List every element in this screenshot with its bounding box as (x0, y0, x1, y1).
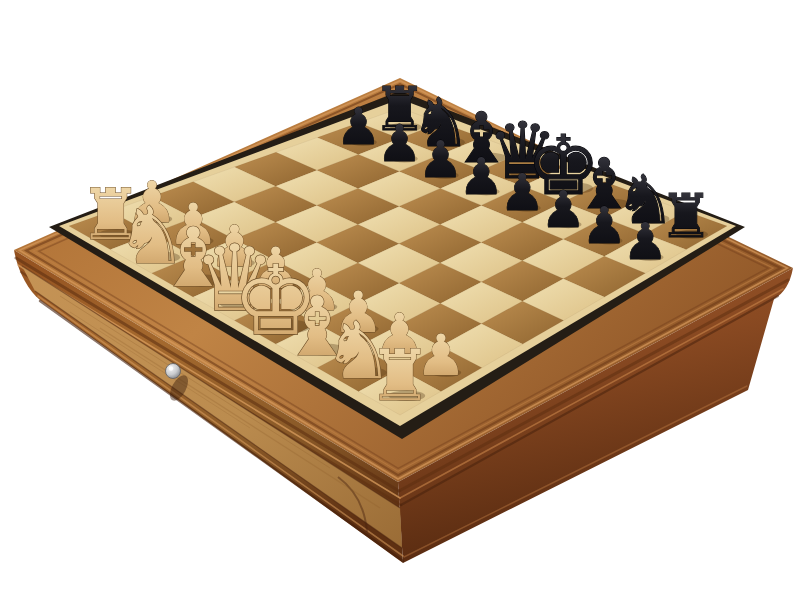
piece-black-pawn-b7: ♟ (377, 114, 423, 173)
piece-black-pawn-c7: ♟ (418, 130, 464, 189)
piece-black-pawn-f7: ♟ (541, 180, 587, 239)
piece-black-pawn-g7: ♟ (581, 196, 627, 255)
scene-svg: ♜♞♟♝♟♛♟♚♟♝♟♞♟♟♜♜♟♟♟♞♟♝♟♛♟♚♟♝♟♟♞♜ (0, 0, 800, 600)
chess-box-product-photo: ♜♞♟♝♟♛♟♚♟♝♟♞♟♟♜♜♟♟♟♞♟♝♟♛♟♚♟♝♟♟♞♜ (0, 0, 800, 600)
piece-white-rook-h1: ♜ (368, 334, 431, 417)
piece-black-pawn-h7: ♟ (622, 212, 668, 271)
piece-black-pawn-a7: ♟ (336, 97, 382, 156)
piece-black-pawn-e7: ♟ (500, 163, 546, 222)
piece-black-pawn-d7: ♟ (459, 147, 505, 206)
